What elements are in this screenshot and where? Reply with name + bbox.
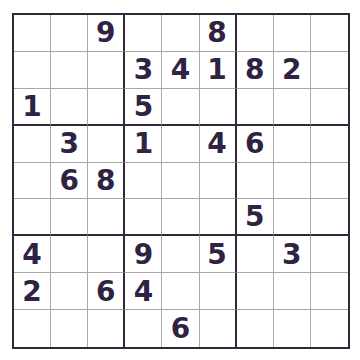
cell-r4c6-given-4[interactable]: 4 <box>200 126 237 163</box>
cell-r4c2-given-3[interactable]: 3 <box>51 126 88 163</box>
cell-r5c5[interactable] <box>162 163 199 200</box>
cell-r3c6[interactable] <box>200 89 237 126</box>
cell-r7c8-given-3[interactable]: 3 <box>274 236 311 273</box>
sudoku-board: 983418215314668549532646 <box>12 13 350 349</box>
cell-r8c1-given-2[interactable]: 2 <box>14 273 51 310</box>
cell-r4c1[interactable] <box>14 126 51 163</box>
cell-r3c7[interactable] <box>237 89 274 126</box>
cell-r9c1[interactable] <box>14 310 51 347</box>
cell-r8c6[interactable] <box>200 273 237 310</box>
cell-r7c4-given-9[interactable]: 9 <box>125 236 162 273</box>
cell-r1c5[interactable] <box>162 15 199 52</box>
cell-r8c3-given-6[interactable]: 6 <box>88 273 125 310</box>
cell-r2c4-given-3[interactable]: 3 <box>125 52 162 89</box>
cell-r1c7[interactable] <box>237 15 274 52</box>
cell-r4c7-given-6[interactable]: 6 <box>237 126 274 163</box>
cell-r6c1[interactable] <box>14 199 51 236</box>
cell-r3c9[interactable] <box>311 89 348 126</box>
cell-r8c9[interactable] <box>311 273 348 310</box>
cell-r9c9[interactable] <box>311 310 348 347</box>
cell-r1c8[interactable] <box>274 15 311 52</box>
cell-r2c1[interactable] <box>14 52 51 89</box>
cell-r7c1-given-4[interactable]: 4 <box>14 236 51 273</box>
cell-r2c5-given-4[interactable]: 4 <box>162 52 199 89</box>
cell-r4c4-given-1[interactable]: 1 <box>125 126 162 163</box>
cell-r6c4[interactable] <box>125 199 162 236</box>
cell-r8c8[interactable] <box>274 273 311 310</box>
cell-r9c8[interactable] <box>274 310 311 347</box>
cell-r7c3[interactable] <box>88 236 125 273</box>
cell-r9c4[interactable] <box>125 310 162 347</box>
cell-r3c2[interactable] <box>51 89 88 126</box>
cell-r8c5[interactable] <box>162 273 199 310</box>
cell-r6c7-given-5[interactable]: 5 <box>237 199 274 236</box>
cell-r1c2[interactable] <box>51 15 88 52</box>
cell-r5c7[interactable] <box>237 163 274 200</box>
cell-r2c6-given-1[interactable]: 1 <box>200 52 237 89</box>
cell-r9c5-given-6[interactable]: 6 <box>162 310 199 347</box>
cell-r5c9[interactable] <box>311 163 348 200</box>
cell-r1c3-given-9[interactable]: 9 <box>88 15 125 52</box>
cell-r2c9[interactable] <box>311 52 348 89</box>
cell-r6c5[interactable] <box>162 199 199 236</box>
cell-r5c6[interactable] <box>200 163 237 200</box>
cell-r1c1[interactable] <box>14 15 51 52</box>
cell-r8c7[interactable] <box>237 273 274 310</box>
cell-r7c7[interactable] <box>237 236 274 273</box>
sudoku-page: 983418215314668549532646 <box>0 0 360 360</box>
cell-r5c4[interactable] <box>125 163 162 200</box>
cell-r5c2-given-6[interactable]: 6 <box>51 163 88 200</box>
cell-r4c9[interactable] <box>311 126 348 163</box>
cell-r2c8-given-2[interactable]: 2 <box>274 52 311 89</box>
cell-r9c2[interactable] <box>51 310 88 347</box>
cell-r1c4[interactable] <box>125 15 162 52</box>
cell-r5c3-given-8[interactable]: 8 <box>88 163 125 200</box>
cell-r2c3[interactable] <box>88 52 125 89</box>
cell-r2c2[interactable] <box>51 52 88 89</box>
cell-r4c3[interactable] <box>88 126 125 163</box>
cell-r3c5[interactable] <box>162 89 199 126</box>
cell-r3c8[interactable] <box>274 89 311 126</box>
cell-r6c3[interactable] <box>88 199 125 236</box>
cell-r6c8[interactable] <box>274 199 311 236</box>
cell-r8c4-given-4[interactable]: 4 <box>125 273 162 310</box>
cell-r2c7-given-8[interactable]: 8 <box>237 52 274 89</box>
cell-r5c1[interactable] <box>14 163 51 200</box>
cell-r1c6-given-8[interactable]: 8 <box>200 15 237 52</box>
cell-r7c5[interactable] <box>162 236 199 273</box>
cell-r9c3[interactable] <box>88 310 125 347</box>
cell-r6c2[interactable] <box>51 199 88 236</box>
cell-r3c3[interactable] <box>88 89 125 126</box>
cell-r6c6[interactable] <box>200 199 237 236</box>
cell-r3c4-given-5[interactable]: 5 <box>125 89 162 126</box>
cell-r4c8[interactable] <box>274 126 311 163</box>
cell-r3c1-given-1[interactable]: 1 <box>14 89 51 126</box>
cell-r7c6-given-5[interactable]: 5 <box>200 236 237 273</box>
cell-r7c9[interactable] <box>311 236 348 273</box>
cell-r4c5[interactable] <box>162 126 199 163</box>
cell-r1c9[interactable] <box>311 15 348 52</box>
cell-r8c2[interactable] <box>51 273 88 310</box>
cell-r9c6[interactable] <box>200 310 237 347</box>
cell-r5c8[interactable] <box>274 163 311 200</box>
cell-r7c2[interactable] <box>51 236 88 273</box>
cell-r6c9[interactable] <box>311 199 348 236</box>
cell-r9c7[interactable] <box>237 310 274 347</box>
